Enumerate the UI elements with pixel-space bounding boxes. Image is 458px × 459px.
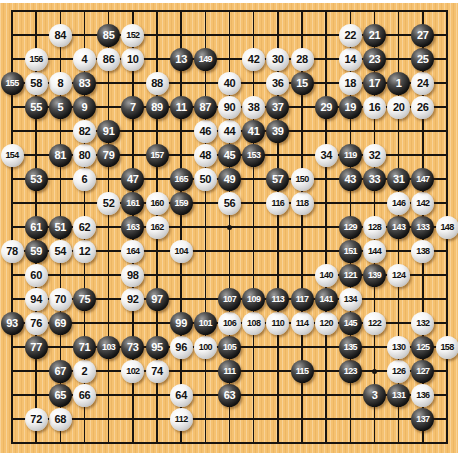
stone-150: 150 <box>291 168 314 191</box>
grid-line-horizontal <box>11 418 448 420</box>
move-number: 161 <box>126 199 139 208</box>
stone-12: 12 <box>73 240 96 263</box>
stone-135: 135 <box>339 336 362 359</box>
stone-24: 24 <box>411 72 434 95</box>
move-number: 91 <box>103 126 115 137</box>
move-number: 6 <box>82 174 88 185</box>
stone-133: 133 <box>411 216 434 239</box>
stone-159: 159 <box>170 192 193 215</box>
stone-165: 165 <box>170 168 193 191</box>
stone-149: 149 <box>194 48 217 71</box>
move-number: 89 <box>151 102 163 113</box>
stone-54: 54 <box>49 240 72 263</box>
move-number: 37 <box>272 102 284 113</box>
move-number: 31 <box>393 174 405 185</box>
stone-131: 131 <box>387 384 410 407</box>
move-number: 155 <box>5 79 18 88</box>
move-number: 126 <box>392 367 405 376</box>
move-number: 75 <box>79 294 91 305</box>
move-number: 80 <box>79 150 91 161</box>
move-number: 83 <box>79 78 91 89</box>
stone-143: 143 <box>387 216 410 239</box>
stone-3: 3 <box>363 384 386 407</box>
stone-89: 89 <box>146 96 169 119</box>
move-number: 85 <box>103 30 115 41</box>
stone-8: 8 <box>49 72 72 95</box>
move-number: 131 <box>392 391 405 400</box>
stone-70: 70 <box>49 288 72 311</box>
move-number: 135 <box>344 343 357 352</box>
stone-37: 37 <box>266 96 289 119</box>
move-number: 121 <box>344 271 357 280</box>
move-number: 55 <box>30 102 42 113</box>
move-number: 73 <box>127 342 139 353</box>
move-number: 29 <box>320 102 332 113</box>
move-number: 14 <box>345 54 357 65</box>
move-number: 22 <box>345 30 357 41</box>
move-number: 138 <box>416 247 429 256</box>
stone-20: 20 <box>387 96 410 119</box>
move-number: 110 <box>271 319 284 328</box>
move-number: 109 <box>247 295 260 304</box>
move-number: 105 <box>223 343 236 352</box>
stone-163: 163 <box>121 216 144 239</box>
stone-161: 161 <box>121 192 144 215</box>
move-number: 70 <box>55 294 67 305</box>
move-number: 44 <box>224 126 236 137</box>
star-point <box>227 225 232 230</box>
move-number: 33 <box>369 174 381 185</box>
move-number: 86 <box>103 54 115 65</box>
go-board-surface[interactable]: 1234567891011121314151617181920212223242… <box>0 3 458 453</box>
stone-55: 55 <box>25 96 48 119</box>
stone-107: 107 <box>218 288 241 311</box>
stone-92: 92 <box>121 288 144 311</box>
stone-75: 75 <box>73 288 96 311</box>
stone-90: 90 <box>218 96 241 119</box>
stone-108: 108 <box>242 312 265 335</box>
move-number: 71 <box>79 342 91 353</box>
move-number: 84 <box>55 30 67 41</box>
grid-line-horizontal <box>11 442 448 444</box>
move-number: 79 <box>103 150 115 161</box>
move-number: 165 <box>175 175 188 184</box>
stone-26: 26 <box>411 96 434 119</box>
move-number: 123 <box>344 367 357 376</box>
move-number: 28 <box>296 54 308 65</box>
stone-47: 47 <box>121 168 144 191</box>
stone-164: 164 <box>121 240 144 263</box>
stone-105: 105 <box>218 336 241 359</box>
stone-134: 134 <box>339 288 362 311</box>
move-number: 47 <box>127 174 139 185</box>
move-number: 76 <box>30 318 42 329</box>
move-number: 56 <box>224 198 236 209</box>
move-number: 26 <box>417 102 429 113</box>
stone-61: 61 <box>25 216 48 239</box>
move-number: 99 <box>175 318 187 329</box>
move-number: 48 <box>200 150 212 161</box>
move-number: 8 <box>57 78 63 89</box>
move-number: 133 <box>416 223 429 232</box>
stone-97: 97 <box>146 288 169 311</box>
stone-28: 28 <box>291 48 314 71</box>
stone-13: 13 <box>170 48 193 71</box>
stone-68: 68 <box>49 408 72 431</box>
move-number: 108 <box>247 319 260 328</box>
move-number: 96 <box>175 342 187 353</box>
move-number: 49 <box>224 174 236 185</box>
move-number: 67 <box>55 366 67 377</box>
stone-111: 111 <box>218 360 241 383</box>
move-number: 51 <box>55 222 67 233</box>
move-number: 18 <box>345 78 357 89</box>
move-number: 158 <box>440 343 453 352</box>
stone-93: 93 <box>1 312 24 335</box>
move-number: 136 <box>416 391 429 400</box>
move-number: 93 <box>6 318 18 329</box>
stone-104: 104 <box>170 240 193 263</box>
stone-123: 123 <box>339 360 362 383</box>
move-number: 77 <box>30 342 42 353</box>
move-number: 94 <box>30 294 42 305</box>
stone-50: 50 <box>194 168 217 191</box>
stone-114: 114 <box>291 312 314 335</box>
move-number: 54 <box>55 246 67 257</box>
move-number: 163 <box>126 223 139 232</box>
stone-33: 33 <box>363 168 386 191</box>
stone-86: 86 <box>97 48 120 71</box>
move-number: 116 <box>271 199 284 208</box>
move-number: 144 <box>368 247 381 256</box>
stone-153: 153 <box>242 144 265 167</box>
stone-57: 57 <box>266 168 289 191</box>
move-number: 2 <box>82 366 88 377</box>
move-number: 153 <box>247 151 260 160</box>
stone-162: 162 <box>146 216 169 239</box>
move-number: 24 <box>417 78 429 89</box>
move-number: 16 <box>369 102 381 113</box>
stone-16: 16 <box>363 96 386 119</box>
stone-121: 121 <box>339 264 362 287</box>
stone-88: 88 <box>146 72 169 95</box>
stone-147: 147 <box>411 168 434 191</box>
stone-84: 84 <box>49 24 72 47</box>
stone-144: 144 <box>363 240 386 263</box>
stone-66: 66 <box>73 384 96 407</box>
move-number: 130 <box>392 343 405 352</box>
star-point <box>372 369 377 374</box>
stone-113: 113 <box>266 288 289 311</box>
stone-141: 141 <box>315 288 338 311</box>
move-number: 66 <box>79 390 91 401</box>
stone-31: 31 <box>387 168 410 191</box>
move-number: 113 <box>271 295 284 304</box>
move-number: 111 <box>223 367 235 376</box>
stone-116: 116 <box>266 192 289 215</box>
stone-38: 38 <box>242 96 265 119</box>
stone-102: 102 <box>121 360 144 383</box>
move-number: 53 <box>30 174 42 185</box>
stone-145: 145 <box>339 312 362 335</box>
move-number: 164 <box>126 247 139 256</box>
move-number: 61 <box>30 222 42 233</box>
stone-25: 25 <box>411 48 434 71</box>
stone-58: 58 <box>25 72 48 95</box>
move-number: 92 <box>127 294 139 305</box>
move-number: 11 <box>176 102 187 113</box>
stone-95: 95 <box>146 336 169 359</box>
move-number: 140 <box>320 271 333 280</box>
move-number: 7 <box>130 102 136 113</box>
move-number: 142 <box>416 199 429 208</box>
stone-136: 136 <box>411 384 434 407</box>
stone-76: 76 <box>25 312 48 335</box>
move-number: 65 <box>55 390 67 401</box>
stone-72: 72 <box>25 408 48 431</box>
move-number: 3 <box>372 390 378 401</box>
move-number: 10 <box>127 54 139 65</box>
stone-103: 103 <box>97 336 120 359</box>
stone-117: 117 <box>291 288 314 311</box>
stone-52: 52 <box>97 192 120 215</box>
stone-125: 125 <box>411 336 434 359</box>
move-number: 9 <box>82 102 88 113</box>
stone-98: 98 <box>121 264 144 287</box>
stone-132: 132 <box>411 312 434 335</box>
stone-27: 27 <box>411 24 434 47</box>
stone-83: 83 <box>73 72 96 95</box>
stone-14: 14 <box>339 48 362 71</box>
move-number: 95 <box>151 342 163 353</box>
stone-69: 69 <box>49 312 72 335</box>
stone-22: 22 <box>339 24 362 47</box>
stone-32: 32 <box>363 144 386 167</box>
stone-110: 110 <box>266 312 289 335</box>
move-number: 20 <box>393 102 405 113</box>
stone-137: 137 <box>411 408 434 431</box>
stone-11: 11 <box>170 96 193 119</box>
stone-79: 79 <box>97 144 120 167</box>
stone-49: 49 <box>218 168 241 191</box>
stone-154: 154 <box>1 144 24 167</box>
move-number: 104 <box>175 247 188 256</box>
stone-59: 59 <box>25 240 48 263</box>
move-number: 149 <box>199 55 212 64</box>
move-number: 68 <box>55 414 67 425</box>
stone-39: 39 <box>266 120 289 143</box>
stone-158: 158 <box>436 336 458 359</box>
stone-122: 122 <box>363 312 386 335</box>
move-number: 145 <box>344 319 357 328</box>
move-number: 23 <box>369 54 381 65</box>
move-number: 58 <box>30 78 42 89</box>
stone-118: 118 <box>291 192 314 215</box>
move-number: 50 <box>200 174 212 185</box>
stone-119: 119 <box>339 144 362 167</box>
move-number: 78 <box>6 246 18 257</box>
stone-21: 21 <box>363 24 386 47</box>
move-number: 90 <box>224 102 236 113</box>
stone-139: 139 <box>363 264 386 287</box>
stone-94: 94 <box>25 288 48 311</box>
move-number: 46 <box>200 126 212 137</box>
move-number: 45 <box>224 150 236 161</box>
move-number: 100 <box>199 343 212 352</box>
move-number: 19 <box>345 102 357 113</box>
move-number: 151 <box>344 247 357 256</box>
move-number: 97 <box>151 294 163 305</box>
move-number: 124 <box>392 271 405 280</box>
stone-74: 74 <box>146 360 169 383</box>
move-number: 115 <box>296 367 309 376</box>
stone-156: 156 <box>25 48 48 71</box>
stone-51: 51 <box>49 216 72 239</box>
move-number: 59 <box>30 246 42 257</box>
stone-101: 101 <box>194 312 217 335</box>
stone-9: 9 <box>73 96 96 119</box>
stone-128: 128 <box>363 216 386 239</box>
stone-124: 124 <box>387 264 410 287</box>
move-number: 139 <box>368 271 381 280</box>
move-number: 13 <box>175 54 187 65</box>
move-number: 157 <box>150 151 163 160</box>
move-number: 112 <box>175 415 188 424</box>
move-number: 101 <box>199 319 212 328</box>
move-number: 40 <box>224 78 236 89</box>
stone-146: 146 <box>387 192 410 215</box>
move-number: 41 <box>248 126 260 137</box>
move-number: 159 <box>175 199 188 208</box>
move-number: 150 <box>295 175 308 184</box>
stone-115: 115 <box>291 360 314 383</box>
stone-109: 109 <box>242 288 265 311</box>
stone-160: 160 <box>146 192 169 215</box>
stone-6: 6 <box>73 168 96 191</box>
move-number: 21 <box>369 30 381 41</box>
stone-15: 15 <box>291 72 314 95</box>
stone-120: 120 <box>315 312 338 335</box>
move-number: 60 <box>30 270 42 281</box>
stone-36: 36 <box>266 72 289 95</box>
move-number: 156 <box>30 55 43 64</box>
stone-129: 129 <box>339 216 362 239</box>
move-number: 103 <box>102 343 115 352</box>
stone-96: 96 <box>170 336 193 359</box>
stone-18: 18 <box>339 72 362 95</box>
stone-112: 112 <box>170 408 193 431</box>
stone-42: 42 <box>242 48 265 71</box>
stone-4: 4 <box>73 48 96 71</box>
stone-138: 138 <box>411 240 434 263</box>
move-number: 15 <box>296 78 308 89</box>
stone-48: 48 <box>194 144 217 167</box>
move-number: 107 <box>223 295 236 304</box>
stone-91: 91 <box>97 120 120 143</box>
stone-65: 65 <box>49 384 72 407</box>
stone-73: 73 <box>121 336 144 359</box>
stone-44: 44 <box>218 120 241 143</box>
move-number: 81 <box>55 150 67 161</box>
stone-130: 130 <box>387 336 410 359</box>
stone-100: 100 <box>194 336 217 359</box>
move-number: 127 <box>416 367 429 376</box>
stone-77: 77 <box>25 336 48 359</box>
stone-148: 148 <box>436 216 458 239</box>
move-number: 106 <box>223 319 236 328</box>
move-number: 146 <box>392 199 405 208</box>
move-number: 39 <box>272 126 284 137</box>
stone-142: 142 <box>411 192 434 215</box>
move-number: 128 <box>368 223 381 232</box>
move-number: 4 <box>82 54 88 65</box>
move-number: 52 <box>103 198 115 209</box>
stone-17: 17 <box>363 72 386 95</box>
stone-155: 155 <box>1 72 24 95</box>
move-number: 148 <box>440 223 453 232</box>
grid-line-vertical <box>253 10 255 444</box>
stone-151: 151 <box>339 240 362 263</box>
move-number: 137 <box>416 415 429 424</box>
stone-45: 45 <box>218 144 241 167</box>
move-number: 12 <box>79 246 91 257</box>
move-number: 34 <box>320 150 332 161</box>
stone-53: 53 <box>25 168 48 191</box>
stone-41: 41 <box>242 120 265 143</box>
move-number: 154 <box>5 151 18 160</box>
move-number: 125 <box>416 343 429 352</box>
move-number: 32 <box>369 150 381 161</box>
stone-30: 30 <box>266 48 289 71</box>
move-number: 63 <box>224 390 236 401</box>
move-number: 1 <box>396 78 402 89</box>
move-number: 102 <box>126 367 139 376</box>
stone-43: 43 <box>339 168 362 191</box>
move-number: 132 <box>416 319 429 328</box>
stone-62: 62 <box>73 216 96 239</box>
move-number: 114 <box>296 319 309 328</box>
move-number: 57 <box>272 174 284 185</box>
stone-1: 1 <box>387 72 410 95</box>
move-number: 134 <box>344 295 357 304</box>
stone-140: 140 <box>315 264 338 287</box>
stone-7: 7 <box>121 96 144 119</box>
move-number: 25 <box>417 54 429 65</box>
move-number: 36 <box>272 78 284 89</box>
move-number: 143 <box>392 223 405 232</box>
stone-127: 127 <box>411 360 434 383</box>
move-number: 64 <box>175 390 187 401</box>
stone-157: 157 <box>146 144 169 167</box>
move-number: 27 <box>417 30 429 41</box>
move-number: 122 <box>368 319 381 328</box>
stone-78: 78 <box>1 240 24 263</box>
stone-5: 5 <box>49 96 72 119</box>
stone-152: 152 <box>121 24 144 47</box>
stone-23: 23 <box>363 48 386 71</box>
move-number: 17 <box>369 78 381 89</box>
move-number: 69 <box>55 318 67 329</box>
move-number: 30 <box>272 54 284 65</box>
stone-64: 64 <box>170 384 193 407</box>
stone-63: 63 <box>218 384 241 407</box>
move-number: 119 <box>344 151 357 160</box>
stone-85: 85 <box>97 24 120 47</box>
stone-46: 46 <box>194 120 217 143</box>
stone-60: 60 <box>25 264 48 287</box>
move-number: 88 <box>151 78 163 89</box>
stone-29: 29 <box>315 96 338 119</box>
